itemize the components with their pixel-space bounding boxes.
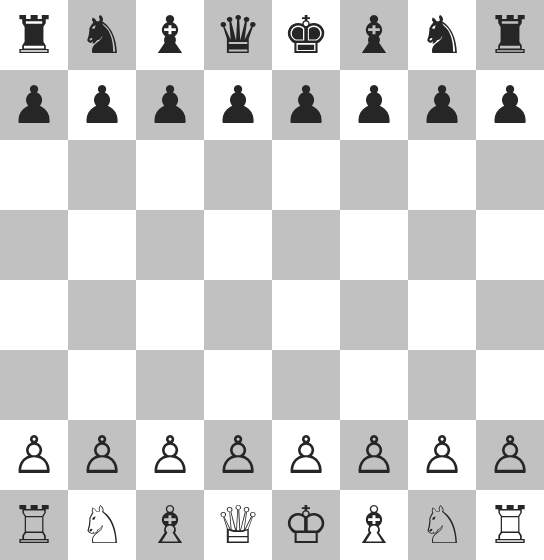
square-f4[interactable] [340, 280, 408, 350]
square-b6[interactable] [68, 140, 136, 210]
piece-white-knight: ♘ [419, 490, 466, 560]
square-d6[interactable] [204, 140, 272, 210]
square-h1[interactable]: ♖ [476, 490, 544, 560]
square-e5[interactable] [272, 210, 340, 280]
square-d2[interactable]: ♙ [204, 420, 272, 490]
square-h5[interactable] [476, 210, 544, 280]
square-f8[interactable]: ♝ [340, 0, 408, 70]
piece-white-bishop: ♗ [351, 490, 398, 560]
piece-white-bishop: ♗ [147, 490, 194, 560]
piece-black-pawn: ♟ [79, 70, 126, 140]
square-d3[interactable] [204, 350, 272, 420]
square-d5[interactable] [204, 210, 272, 280]
square-c4[interactable] [136, 280, 204, 350]
square-f2[interactable]: ♙ [340, 420, 408, 490]
square-g8[interactable]: ♞ [408, 0, 476, 70]
square-h2[interactable]: ♙ [476, 420, 544, 490]
square-b5[interactable] [68, 210, 136, 280]
square-a8[interactable]: ♜ [0, 0, 68, 70]
square-h8[interactable]: ♜ [476, 0, 544, 70]
square-a6[interactable] [0, 140, 68, 210]
piece-white-queen: ♕ [215, 490, 262, 560]
piece-black-pawn: ♟ [215, 70, 262, 140]
square-c7[interactable]: ♟ [136, 70, 204, 140]
piece-black-knight: ♞ [419, 0, 466, 70]
square-h4[interactable] [476, 280, 544, 350]
piece-white-pawn: ♙ [351, 420, 398, 490]
square-e8[interactable]: ♚ [272, 0, 340, 70]
square-e6[interactable] [272, 140, 340, 210]
piece-black-pawn: ♟ [11, 70, 58, 140]
square-b8[interactable]: ♞ [68, 0, 136, 70]
chess-board: ♜♞♝♛♚♝♞♜♟♟♟♟♟♟♟♟♙♙♙♙♙♙♙♙♖♘♗♕♔♗♘♖ [0, 0, 544, 560]
piece-white-pawn: ♙ [487, 420, 534, 490]
square-d4[interactable] [204, 280, 272, 350]
square-g7[interactable]: ♟ [408, 70, 476, 140]
piece-black-knight: ♞ [79, 0, 126, 70]
square-c6[interactable] [136, 140, 204, 210]
piece-black-rook: ♜ [11, 0, 58, 70]
piece-black-pawn: ♟ [283, 70, 330, 140]
square-e2[interactable]: ♙ [272, 420, 340, 490]
piece-white-rook: ♖ [487, 490, 534, 560]
square-h3[interactable] [476, 350, 544, 420]
piece-black-pawn: ♟ [351, 70, 398, 140]
square-a4[interactable] [0, 280, 68, 350]
square-b4[interactable] [68, 280, 136, 350]
square-g2[interactable]: ♙ [408, 420, 476, 490]
square-e1[interactable]: ♔ [272, 490, 340, 560]
square-c8[interactable]: ♝ [136, 0, 204, 70]
piece-white-knight: ♘ [79, 490, 126, 560]
piece-white-pawn: ♙ [11, 420, 58, 490]
square-c3[interactable] [136, 350, 204, 420]
square-f1[interactable]: ♗ [340, 490, 408, 560]
piece-black-king: ♚ [283, 0, 330, 70]
square-e3[interactable] [272, 350, 340, 420]
square-b7[interactable]: ♟ [68, 70, 136, 140]
square-g5[interactable] [408, 210, 476, 280]
square-f5[interactable] [340, 210, 408, 280]
square-g1[interactable]: ♘ [408, 490, 476, 560]
square-d7[interactable]: ♟ [204, 70, 272, 140]
square-a3[interactable] [0, 350, 68, 420]
piece-white-rook: ♖ [11, 490, 58, 560]
square-e4[interactable] [272, 280, 340, 350]
square-f6[interactable] [340, 140, 408, 210]
square-a2[interactable]: ♙ [0, 420, 68, 490]
square-a7[interactable]: ♟ [0, 70, 68, 140]
square-c1[interactable]: ♗ [136, 490, 204, 560]
square-g6[interactable] [408, 140, 476, 210]
square-d8[interactable]: ♛ [204, 0, 272, 70]
piece-white-king: ♔ [283, 490, 330, 560]
square-c2[interactable]: ♙ [136, 420, 204, 490]
square-f3[interactable] [340, 350, 408, 420]
square-e7[interactable]: ♟ [272, 70, 340, 140]
square-d1[interactable]: ♕ [204, 490, 272, 560]
piece-black-bishop: ♝ [351, 0, 398, 70]
piece-black-rook: ♜ [487, 0, 534, 70]
piece-white-pawn: ♙ [419, 420, 466, 490]
square-b1[interactable]: ♘ [68, 490, 136, 560]
piece-black-queen: ♛ [215, 0, 262, 70]
square-c5[interactable] [136, 210, 204, 280]
piece-white-pawn: ♙ [283, 420, 330, 490]
piece-black-pawn: ♟ [487, 70, 534, 140]
piece-black-pawn: ♟ [147, 70, 194, 140]
square-g3[interactable] [408, 350, 476, 420]
square-h6[interactable] [476, 140, 544, 210]
square-g4[interactable] [408, 280, 476, 350]
square-a1[interactable]: ♖ [0, 490, 68, 560]
piece-white-pawn: ♙ [79, 420, 126, 490]
square-b3[interactable] [68, 350, 136, 420]
piece-black-bishop: ♝ [147, 0, 194, 70]
square-b2[interactable]: ♙ [68, 420, 136, 490]
square-a5[interactable] [0, 210, 68, 280]
piece-black-pawn: ♟ [419, 70, 466, 140]
square-f7[interactable]: ♟ [340, 70, 408, 140]
piece-white-pawn: ♙ [147, 420, 194, 490]
piece-white-pawn: ♙ [215, 420, 262, 490]
square-h7[interactable]: ♟ [476, 70, 544, 140]
